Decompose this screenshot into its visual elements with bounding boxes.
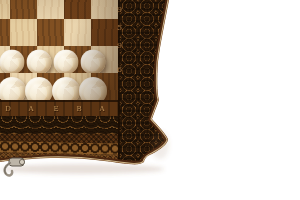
board-square[interactable] [0,0,10,19]
white-pawn[interactable]: ● [53,49,78,74]
carved-letter: A [28,105,33,113]
board-field: ●●●●●●●● [0,0,118,100]
board-square[interactable] [0,19,10,46]
board-square[interactable] [64,19,91,46]
carved-letter: D [5,105,11,113]
carved-bead-band [0,141,170,156]
carved-right-band: 9596 [118,0,176,172]
board-square[interactable] [10,0,37,19]
white-piece[interactable]: ● [79,77,107,105]
carved-texture-band [0,134,168,143]
board-square[interactable] [10,19,37,46]
board-square[interactable] [91,0,118,19]
white-pawn[interactable]: ● [80,49,105,74]
board-square[interactable] [37,19,64,46]
white-piece[interactable]: ● [25,77,53,105]
white-pawn[interactable]: ● [26,49,51,74]
board-square[interactable] [91,19,118,46]
white-piece[interactable]: ● [0,77,26,105]
chess-board-photo: ●●●●●●●● DAEBA 9596 [0,0,300,200]
board-square[interactable] [64,0,91,19]
carved-letter: E [53,105,58,113]
carved-letter: B [76,105,81,113]
carved-letter: A [99,105,104,113]
white-piece[interactable]: ● [52,77,80,105]
white-pawn[interactable]: ● [0,49,24,74]
board-square[interactable] [37,0,64,19]
board-square[interactable]: ● [91,73,118,100]
carved-lace-band [0,116,165,134]
board-block: ●●●●●●●● DAEBA 9596 [0,0,176,172]
board-square[interactable]: ● [91,46,118,73]
